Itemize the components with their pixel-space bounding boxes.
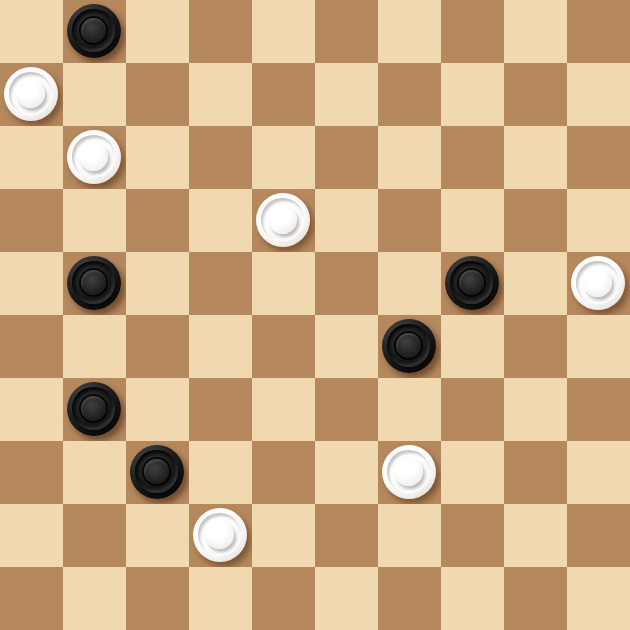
square-light-r6c0 <box>0 378 63 441</box>
square-18[interactable] <box>252 189 315 252</box>
square-24[interactable] <box>441 252 504 315</box>
square-light-r9c9 <box>567 567 630 630</box>
square-light-r6c4 <box>252 378 315 441</box>
black-man[interactable] <box>67 4 121 58</box>
square-22[interactable] <box>189 252 252 315</box>
black-man[interactable] <box>445 256 499 310</box>
square-light-r4c8 <box>504 252 567 315</box>
white-man[interactable] <box>4 67 58 121</box>
white-man[interactable] <box>382 445 436 499</box>
white-man[interactable] <box>256 193 310 247</box>
square-light-r1c3 <box>189 63 252 126</box>
square-light-r3c1 <box>63 189 126 252</box>
square-light-r1c5 <box>315 63 378 126</box>
square-4[interactable] <box>441 0 504 63</box>
square-47[interactable] <box>126 567 189 630</box>
square-42[interactable] <box>189 504 252 567</box>
square-light-r7c9 <box>567 441 630 504</box>
square-34[interactable] <box>441 378 504 441</box>
checkers-board <box>0 0 630 630</box>
square-light-r8c6 <box>378 504 441 567</box>
square-31[interactable] <box>63 378 126 441</box>
square-44[interactable] <box>441 504 504 567</box>
square-39[interactable] <box>378 441 441 504</box>
square-light-r3c3 <box>189 189 252 252</box>
square-14[interactable] <box>441 126 504 189</box>
square-21[interactable] <box>63 252 126 315</box>
square-light-r0c6 <box>378 0 441 63</box>
square-49[interactable] <box>378 567 441 630</box>
square-33[interactable] <box>315 378 378 441</box>
square-light-r7c1 <box>63 441 126 504</box>
square-19[interactable] <box>378 189 441 252</box>
square-38[interactable] <box>252 441 315 504</box>
square-35[interactable] <box>567 378 630 441</box>
square-light-r2c0 <box>0 126 63 189</box>
square-29[interactable] <box>378 315 441 378</box>
square-20[interactable] <box>504 189 567 252</box>
square-32[interactable] <box>189 378 252 441</box>
square-light-r7c5 <box>315 441 378 504</box>
square-7[interactable] <box>126 63 189 126</box>
square-light-r4c0 <box>0 252 63 315</box>
square-23[interactable] <box>315 252 378 315</box>
square-light-r7c7 <box>441 441 504 504</box>
square-light-r0c4 <box>252 0 315 63</box>
square-light-r9c7 <box>441 567 504 630</box>
square-2[interactable] <box>189 0 252 63</box>
black-man[interactable] <box>130 445 184 499</box>
square-light-r2c2 <box>126 126 189 189</box>
square-light-r4c2 <box>126 252 189 315</box>
square-light-r5c7 <box>441 315 504 378</box>
square-6[interactable] <box>0 63 63 126</box>
square-light-r5c9 <box>567 315 630 378</box>
square-light-r4c4 <box>252 252 315 315</box>
square-1[interactable] <box>63 0 126 63</box>
square-15[interactable] <box>567 126 630 189</box>
square-10[interactable] <box>504 63 567 126</box>
square-43[interactable] <box>315 504 378 567</box>
white-man[interactable] <box>571 256 625 310</box>
square-5[interactable] <box>567 0 630 63</box>
black-man[interactable] <box>67 382 121 436</box>
square-light-r3c9 <box>567 189 630 252</box>
square-48[interactable] <box>252 567 315 630</box>
white-man[interactable] <box>67 130 121 184</box>
square-light-r7c3 <box>189 441 252 504</box>
square-9[interactable] <box>378 63 441 126</box>
square-light-r6c2 <box>126 378 189 441</box>
square-light-r8c4 <box>252 504 315 567</box>
square-light-r2c8 <box>504 126 567 189</box>
square-light-r3c7 <box>441 189 504 252</box>
square-light-r3c5 <box>315 189 378 252</box>
square-36[interactable] <box>0 441 63 504</box>
square-28[interactable] <box>252 315 315 378</box>
square-light-r5c5 <box>315 315 378 378</box>
square-light-r5c1 <box>63 315 126 378</box>
square-light-r9c5 <box>315 567 378 630</box>
square-light-r6c6 <box>378 378 441 441</box>
square-light-r8c0 <box>0 504 63 567</box>
square-13[interactable] <box>315 126 378 189</box>
square-light-r1c1 <box>63 63 126 126</box>
square-16[interactable] <box>0 189 63 252</box>
square-41[interactable] <box>63 504 126 567</box>
square-45[interactable] <box>567 504 630 567</box>
square-light-r9c1 <box>63 567 126 630</box>
black-man[interactable] <box>382 319 436 373</box>
square-light-r0c2 <box>126 0 189 63</box>
square-light-r1c9 <box>567 63 630 126</box>
square-light-r9c3 <box>189 567 252 630</box>
white-man[interactable] <box>193 508 247 562</box>
square-40[interactable] <box>504 441 567 504</box>
black-man[interactable] <box>67 256 121 310</box>
square-11[interactable] <box>63 126 126 189</box>
square-light-r8c8 <box>504 504 567 567</box>
square-light-r0c8 <box>504 0 567 63</box>
square-light-r1c7 <box>441 63 504 126</box>
square-light-r5c3 <box>189 315 252 378</box>
square-30[interactable] <box>504 315 567 378</box>
square-37[interactable] <box>126 441 189 504</box>
square-50[interactable] <box>504 567 567 630</box>
square-3[interactable] <box>315 0 378 63</box>
square-17[interactable] <box>126 189 189 252</box>
square-light-r8c2 <box>126 504 189 567</box>
square-8[interactable] <box>252 63 315 126</box>
square-12[interactable] <box>189 126 252 189</box>
square-27[interactable] <box>126 315 189 378</box>
square-light-r6c8 <box>504 378 567 441</box>
square-25[interactable] <box>567 252 630 315</box>
square-light-r2c4 <box>252 126 315 189</box>
square-light-r2c6 <box>378 126 441 189</box>
square-light-r4c6 <box>378 252 441 315</box>
square-26[interactable] <box>0 315 63 378</box>
square-light-r0c0 <box>0 0 63 63</box>
square-46[interactable] <box>0 567 63 630</box>
